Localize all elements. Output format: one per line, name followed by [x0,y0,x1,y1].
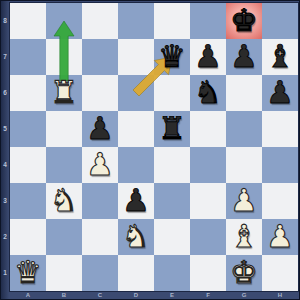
square-e5[interactable]: ♜ [154,111,190,147]
square-d7[interactable] [118,39,154,75]
square-e1[interactable] [154,255,190,291]
square-b5[interactable] [46,111,82,147]
file-label-f: F [190,291,226,300]
piece-black-pawn-f7[interactable]: ♟ [190,39,226,75]
square-g6[interactable] [226,75,262,111]
square-e7[interactable]: ♛ [154,39,190,75]
square-h4[interactable] [262,147,298,183]
square-a5[interactable] [10,111,46,147]
square-f7[interactable]: ♟ [190,39,226,75]
square-d3[interactable]: ♟ [118,183,154,219]
square-d5[interactable] [118,111,154,147]
square-g7[interactable]: ♟ [226,39,262,75]
square-h2[interactable]: ♟ [262,219,298,255]
square-c3[interactable] [82,183,118,219]
square-f1[interactable] [190,255,226,291]
square-a8[interactable] [10,3,46,39]
square-a2[interactable] [10,219,46,255]
file-label-d: D [118,291,154,300]
rank-label-2: 2 [0,219,10,255]
square-f5[interactable] [190,111,226,147]
square-h1[interactable] [262,255,298,291]
square-d1[interactable] [118,255,154,291]
square-b6[interactable]: ♜ [46,75,82,111]
piece-white-king-g1[interactable]: ♚ [226,255,262,291]
piece-black-bishop-h7[interactable]: ♝ [262,39,298,75]
square-g2[interactable]: ♝ [226,219,262,255]
square-b3[interactable]: ♞ [46,183,82,219]
file-label-a: A [10,291,46,300]
square-b4[interactable] [46,147,82,183]
rank-label-8: 8 [0,3,10,39]
square-a4[interactable] [10,147,46,183]
file-label-h: H [262,291,298,300]
file-label-c: C [82,291,118,300]
piece-white-rook-b6[interactable]: ♜ [46,75,82,111]
square-f6[interactable]: ♞ [190,75,226,111]
square-a1[interactable]: ♛ [10,255,46,291]
square-g1[interactable]: ♚ [226,255,262,291]
file-label-e: E [154,291,190,300]
square-e8[interactable] [154,3,190,39]
piece-white-pawn-h2[interactable]: ♟ [262,219,298,255]
square-f8[interactable] [190,3,226,39]
square-d6[interactable] [118,75,154,111]
rank-label-5: 5 [0,111,10,147]
piece-black-king-g8[interactable]: ♚ [226,3,262,39]
square-c8[interactable] [82,3,118,39]
square-f2[interactable] [190,219,226,255]
rank-label-4: 4 [0,147,10,183]
square-g5[interactable] [226,111,262,147]
piece-black-pawn-d3[interactable]: ♟ [118,183,154,219]
rank-label-7: 7 [0,39,10,75]
piece-black-pawn-g7[interactable]: ♟ [226,39,262,75]
square-f4[interactable] [190,147,226,183]
square-b1[interactable] [46,255,82,291]
square-e2[interactable] [154,219,190,255]
square-c6[interactable] [82,75,118,111]
rank-label-6: 6 [0,75,10,111]
square-b7[interactable] [46,39,82,75]
chess-board-window: ♚♛♟♟♝♜♞♟♟♜♟♞♟♟♞♝♟♛♚ 87654321 ABCDEFGH [0,0,300,300]
square-e4[interactable] [154,147,190,183]
piece-white-queen-a1[interactable]: ♛ [10,255,46,291]
square-b8[interactable] [46,3,82,39]
square-a6[interactable] [10,75,46,111]
piece-black-queen-e7[interactable]: ♛ [154,39,190,75]
rank-label-1: 1 [0,255,10,291]
square-g4[interactable] [226,147,262,183]
square-b2[interactable] [46,219,82,255]
square-h8[interactable] [262,3,298,39]
square-g8[interactable]: ♚ [226,3,262,39]
square-h6[interactable]: ♟ [262,75,298,111]
piece-black-pawn-c5[interactable]: ♟ [82,111,118,147]
file-label-b: B [46,291,82,300]
square-f3[interactable] [190,183,226,219]
piece-white-bishop-g2[interactable]: ♝ [226,219,262,255]
square-h7[interactable]: ♝ [262,39,298,75]
square-e6[interactable] [154,75,190,111]
square-c1[interactable] [82,255,118,291]
square-a7[interactable] [10,39,46,75]
piece-black-pawn-h6[interactable]: ♟ [262,75,298,111]
square-d8[interactable] [118,3,154,39]
piece-black-rook-e5[interactable]: ♜ [154,111,190,147]
chess-board: ♚♛♟♟♝♜♞♟♟♜♟♞♟♟♞♝♟♛♚ [10,3,298,291]
file-label-g: G [226,291,262,300]
square-h3[interactable] [262,183,298,219]
piece-black-knight-f6[interactable]: ♞ [190,75,226,111]
square-d2[interactable]: ♞ [118,219,154,255]
square-c4[interactable]: ♟ [82,147,118,183]
piece-white-pawn-g3[interactable]: ♟ [226,183,262,219]
rank-label-3: 3 [0,183,10,219]
square-h5[interactable] [262,111,298,147]
square-e3[interactable] [154,183,190,219]
piece-white-pawn-c4[interactable]: ♟ [82,147,118,183]
square-g3[interactable]: ♟ [226,183,262,219]
square-d4[interactable] [118,147,154,183]
square-c7[interactable] [82,39,118,75]
square-a3[interactable] [10,183,46,219]
square-c2[interactable] [82,219,118,255]
square-c5[interactable]: ♟ [82,111,118,147]
piece-white-knight-d2[interactable]: ♞ [118,219,154,255]
piece-white-knight-b3[interactable]: ♞ [46,183,82,219]
